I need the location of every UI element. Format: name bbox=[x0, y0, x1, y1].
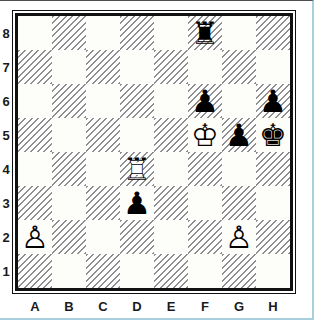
file-label-h: H bbox=[256, 297, 290, 315]
rank-label-5: 5 bbox=[0, 118, 12, 152]
square-d1 bbox=[120, 254, 154, 288]
square-h8 bbox=[256, 16, 290, 50]
square-f6: ♟ bbox=[188, 84, 222, 118]
square-h5: ♚ bbox=[256, 118, 290, 152]
board-inner-border: ♜♟♟♚♔♟♚♜♖♟♟♙♟♙ bbox=[15, 13, 293, 291]
square-e1 bbox=[154, 254, 188, 288]
square-d3: ♟ bbox=[120, 186, 154, 220]
file-label-d: D bbox=[120, 297, 154, 315]
file-label-f: F bbox=[188, 297, 222, 315]
square-g5: ♟ bbox=[222, 118, 256, 152]
square-b3 bbox=[52, 186, 86, 220]
black-king-h5: ♚ bbox=[256, 118, 290, 152]
black-rook-f8: ♜ bbox=[188, 16, 222, 50]
piece-glyph: ♟ bbox=[120, 186, 154, 220]
piece-glyph: ♔ bbox=[188, 118, 222, 152]
square-f3 bbox=[188, 186, 222, 220]
square-a4 bbox=[18, 152, 52, 186]
black-pawn-h6: ♟ bbox=[256, 84, 290, 118]
file-label-b: B bbox=[52, 297, 86, 315]
square-b2 bbox=[52, 220, 86, 254]
file-label-e: E bbox=[154, 297, 188, 315]
piece-glyph: ♜ bbox=[188, 16, 222, 50]
square-g7 bbox=[222, 50, 256, 84]
square-b4 bbox=[52, 152, 86, 186]
square-d2 bbox=[120, 220, 154, 254]
square-c7 bbox=[86, 50, 120, 84]
black-pawn-d3: ♟ bbox=[120, 186, 154, 220]
square-d7 bbox=[120, 50, 154, 84]
square-g6 bbox=[222, 84, 256, 118]
square-e3 bbox=[154, 186, 188, 220]
square-c4 bbox=[86, 152, 120, 186]
square-e4 bbox=[154, 152, 188, 186]
rank-label-1: 1 bbox=[0, 254, 12, 288]
square-g4 bbox=[222, 152, 256, 186]
rank-label-8: 8 bbox=[0, 16, 12, 50]
file-labels: ABCDEFGH bbox=[18, 297, 290, 315]
square-d4: ♜♖ bbox=[120, 152, 154, 186]
piece-glyph: ♙ bbox=[222, 220, 256, 254]
white-king-f5: ♚♔ bbox=[188, 118, 222, 152]
square-b6 bbox=[52, 84, 86, 118]
rank-label-7: 7 bbox=[0, 50, 12, 84]
square-f1 bbox=[188, 254, 222, 288]
file-label-a: A bbox=[18, 297, 52, 315]
square-c1 bbox=[86, 254, 120, 288]
square-c6 bbox=[86, 84, 120, 118]
piece-glyph: ♚ bbox=[256, 118, 290, 152]
square-g8 bbox=[222, 16, 256, 50]
square-b5 bbox=[52, 118, 86, 152]
piece-glyph: ♖ bbox=[120, 152, 154, 186]
square-g2: ♟♙ bbox=[222, 220, 256, 254]
white-pawn-a2: ♟♙ bbox=[18, 220, 52, 254]
chess-diagram-image: 87654321 ♜♟♟♚♔♟♚♜♖♟♟♙♟♙ ABCDEFGH bbox=[0, 0, 314, 320]
square-e7 bbox=[154, 50, 188, 84]
square-b1 bbox=[52, 254, 86, 288]
rank-label-6: 6 bbox=[0, 84, 12, 118]
square-e2 bbox=[154, 220, 188, 254]
piece-glyph: ♟ bbox=[256, 84, 290, 118]
square-e6 bbox=[154, 84, 188, 118]
file-label-c: C bbox=[86, 297, 120, 315]
square-c8 bbox=[86, 16, 120, 50]
piece-glyph: ♙ bbox=[18, 220, 52, 254]
square-f5: ♚♔ bbox=[188, 118, 222, 152]
black-pawn-f6: ♟ bbox=[188, 84, 222, 118]
square-f7 bbox=[188, 50, 222, 84]
square-a1 bbox=[18, 254, 52, 288]
chess-board: ♜♟♟♚♔♟♚♜♖♟♟♙♟♙ bbox=[18, 16, 290, 288]
file-label-g: G bbox=[222, 297, 256, 315]
square-f4 bbox=[188, 152, 222, 186]
piece-glyph: ♟ bbox=[188, 84, 222, 118]
piece-glyph: ♟ bbox=[222, 118, 256, 152]
black-pawn-g5: ♟ bbox=[222, 118, 256, 152]
white-rook-d4: ♜♖ bbox=[120, 152, 154, 186]
square-h7 bbox=[256, 50, 290, 84]
rank-label-2: 2 bbox=[0, 220, 12, 254]
square-g1 bbox=[222, 254, 256, 288]
square-f2 bbox=[188, 220, 222, 254]
square-d5 bbox=[120, 118, 154, 152]
square-c5 bbox=[86, 118, 120, 152]
square-h2 bbox=[256, 220, 290, 254]
square-a8 bbox=[18, 16, 52, 50]
square-h6: ♟ bbox=[256, 84, 290, 118]
rank-label-4: 4 bbox=[0, 152, 12, 186]
square-g3 bbox=[222, 186, 256, 220]
square-h4 bbox=[256, 152, 290, 186]
square-a5 bbox=[18, 118, 52, 152]
square-e8 bbox=[154, 16, 188, 50]
square-a7 bbox=[18, 50, 52, 84]
rank-label-3: 3 bbox=[0, 186, 12, 220]
square-c2 bbox=[86, 220, 120, 254]
square-c3 bbox=[86, 186, 120, 220]
square-h1 bbox=[256, 254, 290, 288]
square-f8: ♜ bbox=[188, 16, 222, 50]
square-d8 bbox=[120, 16, 154, 50]
square-d6 bbox=[120, 84, 154, 118]
square-h3 bbox=[256, 186, 290, 220]
square-a2: ♟♙ bbox=[18, 220, 52, 254]
square-a6 bbox=[18, 84, 52, 118]
white-pawn-g2: ♟♙ bbox=[222, 220, 256, 254]
square-e5 bbox=[154, 118, 188, 152]
square-a3 bbox=[18, 186, 52, 220]
rank-labels: 87654321 bbox=[0, 16, 12, 288]
board-outer-border: ♜♟♟♚♔♟♚♜♖♟♟♙♟♙ bbox=[12, 10, 296, 294]
square-b7 bbox=[52, 50, 86, 84]
square-b8 bbox=[52, 16, 86, 50]
